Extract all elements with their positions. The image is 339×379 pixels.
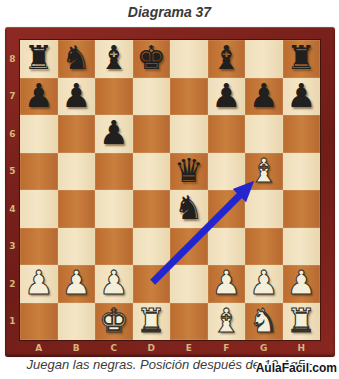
square-b3 — [58, 228, 96, 266]
board-squares: ♜♞♝♚♝♜♟♟♟♟♟♟♛♝♞♟♟♟♟♟♟♚♜♝♞♜ — [20, 40, 320, 340]
square-e8 — [170, 40, 208, 78]
piece-black-knight-b8: ♞ — [61, 41, 91, 74]
square-a7: ♟ — [20, 78, 58, 116]
square-e2 — [170, 265, 208, 303]
piece-white-bishop-f1: ♝ — [211, 304, 241, 337]
square-c1: ♚ — [95, 303, 133, 341]
square-h6 — [283, 115, 321, 153]
square-d2 — [133, 265, 171, 303]
piece-white-pawn-g2: ♟ — [249, 266, 279, 299]
piece-black-knight-e4: ♞ — [174, 191, 204, 224]
square-e4: ♞ — [170, 190, 208, 228]
square-d1: ♜ — [133, 303, 171, 341]
piece-white-pawn-h2: ♟ — [286, 266, 316, 299]
rank-label-3: 3 — [5, 228, 20, 266]
square-f8: ♝ — [208, 40, 246, 78]
piece-black-pawn-c6: ♟ — [99, 116, 129, 149]
square-a4 — [20, 190, 58, 228]
square-b6 — [58, 115, 96, 153]
square-f5 — [208, 153, 246, 191]
piece-white-rook-d1: ♜ — [136, 304, 166, 337]
square-d8: ♚ — [133, 40, 171, 78]
rank-label-7: 7 — [5, 78, 20, 116]
square-b5 — [58, 153, 96, 191]
square-a6 — [20, 115, 58, 153]
square-b1 — [58, 303, 96, 341]
square-b2: ♟ — [58, 265, 96, 303]
piece-white-pawn-f2: ♟ — [211, 266, 241, 299]
square-g2: ♟ — [245, 265, 283, 303]
square-e1 — [170, 303, 208, 341]
square-g4 — [245, 190, 283, 228]
square-d4 — [133, 190, 171, 228]
square-f1: ♝ — [208, 303, 246, 341]
square-g7: ♟ — [245, 78, 283, 116]
square-e6 — [170, 115, 208, 153]
diagram-title: Diagrama 37 — [0, 0, 339, 20]
square-h4 — [283, 190, 321, 228]
piece-white-king-c1: ♚ — [99, 304, 129, 337]
square-a5 — [20, 153, 58, 191]
square-e5: ♛ — [170, 153, 208, 191]
square-f3 — [208, 228, 246, 266]
square-h7: ♟ — [283, 78, 321, 116]
file-label-c: C — [95, 340, 133, 356]
file-label-h: H — [283, 340, 321, 356]
piece-black-pawn-b7: ♟ — [61, 79, 91, 112]
file-label-a: A — [20, 340, 58, 356]
piece-black-pawn-g7: ♟ — [249, 79, 279, 112]
piece-black-bishop-c8: ♝ — [99, 41, 129, 74]
piece-black-bishop-f8: ♝ — [211, 41, 241, 74]
piece-black-rook-h8: ♜ — [286, 41, 316, 74]
square-b4 — [58, 190, 96, 228]
rank-label-6: 6 — [5, 115, 20, 153]
square-c3 — [95, 228, 133, 266]
piece-black-king-d8: ♚ — [136, 41, 166, 74]
rank-label-8: 8 — [5, 40, 20, 78]
square-b7: ♟ — [58, 78, 96, 116]
rank-label-2: 2 — [5, 265, 20, 303]
square-d3 — [133, 228, 171, 266]
square-d6 — [133, 115, 171, 153]
square-a1 — [20, 303, 58, 341]
piece-white-pawn-a2: ♟ — [24, 266, 54, 299]
file-label-b: B — [58, 340, 96, 356]
square-a3 — [20, 228, 58, 266]
square-f4 — [208, 190, 246, 228]
square-g5: ♝ — [245, 153, 283, 191]
file-label-d: D — [133, 340, 171, 356]
piece-white-pawn-c2: ♟ — [99, 266, 129, 299]
square-d5 — [133, 153, 171, 191]
file-labels: ABCDEFGH — [20, 340, 320, 356]
rank-label-5: 5 — [5, 153, 20, 191]
rank-labels: 87654321 — [5, 40, 20, 340]
square-f7: ♟ — [208, 78, 246, 116]
square-c7 — [95, 78, 133, 116]
piece-white-rook-h1: ♜ — [286, 304, 316, 337]
square-a2: ♟ — [20, 265, 58, 303]
piece-white-knight-g1: ♞ — [249, 304, 279, 337]
square-c5 — [95, 153, 133, 191]
square-h8: ♜ — [283, 40, 321, 78]
piece-black-pawn-h7: ♟ — [286, 79, 316, 112]
square-f2: ♟ — [208, 265, 246, 303]
chessboard: 87654321 ♜♞♝♚♝♜♟♟♟♟♟♟♛♝♞♟♟♟♟♟♟♚♜♝♞♜ ABCD… — [5, 27, 335, 357]
rank-label-1: 1 — [5, 303, 20, 341]
square-b8: ♞ — [58, 40, 96, 78]
piece-black-pawn-f7: ♟ — [211, 79, 241, 112]
square-a8: ♜ — [20, 40, 58, 78]
piece-white-bishop-g5: ♝ — [249, 154, 279, 187]
square-h3 — [283, 228, 321, 266]
square-h2: ♟ — [283, 265, 321, 303]
square-c6: ♟ — [95, 115, 133, 153]
piece-black-rook-a8: ♜ — [24, 41, 54, 74]
square-c2: ♟ — [95, 265, 133, 303]
square-g8 — [245, 40, 283, 78]
square-f6 — [208, 115, 246, 153]
square-g3 — [245, 228, 283, 266]
file-label-f: F — [208, 340, 246, 356]
rank-label-4: 4 — [5, 190, 20, 228]
square-h5 — [283, 153, 321, 191]
piece-black-queen-e5: ♛ — [174, 154, 204, 187]
square-e3 — [170, 228, 208, 266]
square-e7 — [170, 78, 208, 116]
square-c8: ♝ — [95, 40, 133, 78]
watermark: AulaFacil.com — [256, 361, 337, 375]
square-g1: ♞ — [245, 303, 283, 341]
square-d7 — [133, 78, 171, 116]
piece-black-pawn-a7: ♟ — [24, 79, 54, 112]
file-label-g: G — [245, 340, 283, 356]
piece-white-pawn-b2: ♟ — [61, 266, 91, 299]
square-h1: ♜ — [283, 303, 321, 341]
square-g6 — [245, 115, 283, 153]
file-label-e: E — [170, 340, 208, 356]
square-c4 — [95, 190, 133, 228]
